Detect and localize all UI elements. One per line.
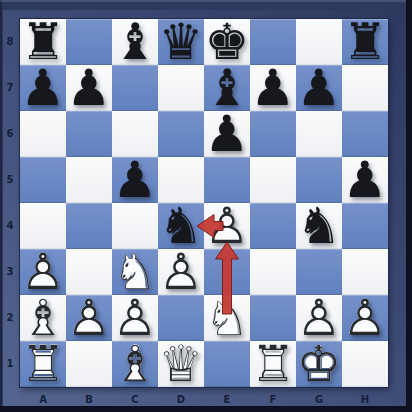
square-e2[interactable]: ♞♘ [204, 295, 250, 341]
piece-black-bishop-c8[interactable]: ♝ [112, 19, 158, 65]
black-piece-body: ♟ [112, 157, 158, 203]
rank-label-6: 6 [2, 111, 18, 157]
black-piece-body: ♟ [204, 111, 250, 157]
piece-black-pawn-f7[interactable]: ♟ [250, 65, 296, 111]
square-c8[interactable]: ♝ [112, 19, 158, 65]
rank-labels: 87654321 [2, 19, 18, 387]
black-piece-body: ♛ [158, 19, 204, 65]
square-b2[interactable]: ♟♙ [66, 295, 112, 341]
piece-white-pawn-b2[interactable]: ♟♙ [66, 295, 112, 341]
piece-black-rook-h8[interactable]: ♜ [342, 19, 388, 65]
square-d8[interactable]: ♛ [158, 19, 204, 65]
square-c5[interactable]: ♟ [112, 157, 158, 203]
square-d3[interactable]: ♟♙ [158, 249, 204, 295]
file-label-f: F [250, 391, 296, 407]
piece-black-pawn-e6[interactable]: ♟ [204, 111, 250, 157]
rank-label-3: 3 [2, 249, 18, 295]
black-piece-body: ♞ [296, 203, 342, 249]
square-a5[interactable] [20, 157, 66, 203]
piece-black-pawn-h5[interactable]: ♟ [342, 157, 388, 203]
piece-white-queen-d1[interactable]: ♛♕ [158, 341, 204, 387]
rank-label-8: 8 [2, 19, 18, 65]
square-f4[interactable] [250, 203, 296, 249]
white-piece-outline: ♗ [112, 341, 158, 387]
square-b7[interactable]: ♟ [66, 65, 112, 111]
square-f7[interactable]: ♟ [250, 65, 296, 111]
square-f6[interactable] [250, 111, 296, 157]
square-b6[interactable] [66, 111, 112, 157]
black-piece-body: ♟ [250, 65, 296, 111]
square-h8[interactable]: ♜ [342, 19, 388, 65]
square-a6[interactable] [20, 111, 66, 157]
piece-black-pawn-b7[interactable]: ♟ [66, 65, 112, 111]
square-g6[interactable] [296, 111, 342, 157]
black-piece-body: ♟ [342, 157, 388, 203]
square-d6[interactable] [158, 111, 204, 157]
black-piece-body: ♟ [20, 65, 66, 111]
square-f5[interactable] [250, 157, 296, 203]
piece-white-king-g1[interactable]: ♚♔ [296, 341, 342, 387]
square-h4[interactable] [342, 203, 388, 249]
file-label-b: B [66, 391, 112, 407]
black-piece-body: ♟ [66, 65, 112, 111]
piece-white-bishop-c1[interactable]: ♝♗ [112, 341, 158, 387]
chessboard-frame: 87654321 ABCDEFGH ♜♝♛♚♜♟♟♝♟♟♟♟♟♞♟♙♞♟♙♞♘♟… [0, 0, 412, 412]
piece-black-pawn-a7[interactable]: ♟ [20, 65, 66, 111]
square-f1[interactable]: ♜♖ [250, 341, 296, 387]
white-piece-outline: ♖ [20, 341, 66, 387]
square-e6[interactable]: ♟ [204, 111, 250, 157]
square-b4[interactable] [66, 203, 112, 249]
rank-label-4: 4 [2, 203, 18, 249]
square-e1[interactable] [204, 341, 250, 387]
rank-label-2: 2 [2, 295, 18, 341]
file-label-h: H [342, 391, 388, 407]
white-piece-outline: ♖ [250, 341, 296, 387]
white-piece-outline: ♘ [204, 295, 250, 341]
file-label-e: E [204, 391, 250, 407]
square-h2[interactable]: ♟♙ [342, 295, 388, 341]
piece-white-rook-a1[interactable]: ♜♖ [20, 341, 66, 387]
rank-label-5: 5 [2, 157, 18, 203]
piece-black-queen-d8[interactable]: ♛ [158, 19, 204, 65]
square-h7[interactable] [342, 65, 388, 111]
square-g4[interactable]: ♞ [296, 203, 342, 249]
square-h5[interactable]: ♟ [342, 157, 388, 203]
square-e4[interactable]: ♟♙ [204, 203, 250, 249]
file-labels: ABCDEFGH [20, 388, 388, 404]
piece-black-pawn-g7[interactable]: ♟ [296, 65, 342, 111]
square-d7[interactable] [158, 65, 204, 111]
square-f3[interactable] [250, 249, 296, 295]
piece-white-pawn-d3[interactable]: ♟♙ [158, 249, 204, 295]
chess-board: ♜♝♛♚♜♟♟♝♟♟♟♟♟♞♟♙♞♟♙♞♘♟♙♝♗♟♙♟♙♞♘♟♙♟♙♜♖♝♗♛… [20, 19, 388, 387]
file-label-c: C [112, 391, 158, 407]
square-b1[interactable] [66, 341, 112, 387]
piece-black-knight-g4[interactable]: ♞ [296, 203, 342, 249]
square-a7[interactable]: ♟ [20, 65, 66, 111]
square-c1[interactable]: ♝♗ [112, 341, 158, 387]
square-g1[interactable]: ♚♔ [296, 341, 342, 387]
white-piece-outline: ♔ [296, 341, 342, 387]
piece-white-pawn-h2[interactable]: ♟♙ [342, 295, 388, 341]
piece-white-knight-e2[interactable]: ♞♘ [204, 295, 250, 341]
square-b5[interactable] [66, 157, 112, 203]
white-piece-outline: ♙ [158, 249, 204, 295]
rank-label-7: 7 [2, 65, 18, 111]
white-piece-outline: ♙ [66, 295, 112, 341]
white-piece-outline: ♕ [158, 341, 204, 387]
piece-white-rook-f1[interactable]: ♜♖ [250, 341, 296, 387]
rank-label-1: 1 [2, 341, 18, 387]
piece-black-pawn-c5[interactable]: ♟ [112, 157, 158, 203]
file-label-g: G [296, 391, 342, 407]
black-piece-body: ♝ [112, 19, 158, 65]
file-label-d: D [158, 391, 204, 407]
square-g7[interactable]: ♟ [296, 65, 342, 111]
square-h1[interactable] [342, 341, 388, 387]
square-d1[interactable]: ♛♕ [158, 341, 204, 387]
file-label-a: A [20, 391, 66, 407]
square-c7[interactable] [112, 65, 158, 111]
black-piece-body: ♜ [342, 19, 388, 65]
square-a1[interactable]: ♜♖ [20, 341, 66, 387]
white-piece-outline: ♙ [342, 295, 388, 341]
white-piece-outline: ♙ [204, 203, 250, 249]
black-piece-body: ♟ [296, 65, 342, 111]
piece-white-pawn-e4[interactable]: ♟♙ [204, 203, 250, 249]
